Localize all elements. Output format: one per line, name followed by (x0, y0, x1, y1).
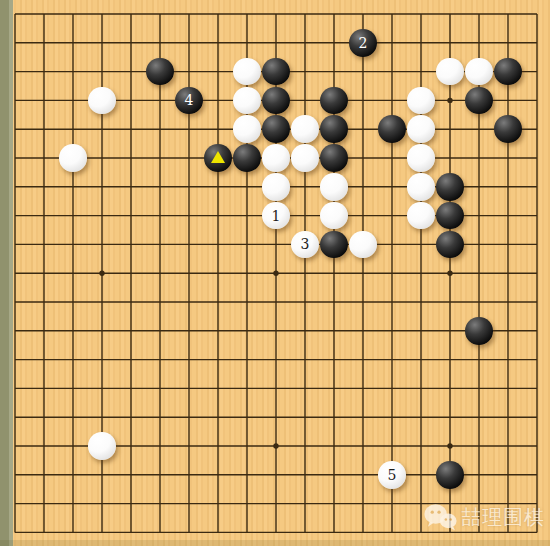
white-stone[interactable] (407, 144, 435, 172)
board-intersection[interactable] (320, 201, 349, 230)
board-intersection[interactable] (465, 316, 494, 345)
board-intersection[interactable] (407, 86, 436, 115)
board-intersection[interactable] (407, 201, 436, 230)
white-stone[interactable] (320, 202, 348, 230)
black-stone[interactable] (320, 115, 348, 143)
board-intersection[interactable] (436, 172, 465, 201)
white-stone[interactable] (262, 144, 290, 172)
board-intersection[interactable] (320, 115, 349, 144)
board-intersection[interactable] (233, 57, 262, 86)
board-intersection[interactable] (320, 86, 349, 115)
white-stone[interactable] (407, 115, 435, 143)
move-number-label: 5 (388, 468, 397, 482)
black-stone[interactable]: 2 (349, 29, 377, 57)
white-stone[interactable] (349, 231, 377, 259)
black-stone[interactable] (262, 115, 290, 143)
black-stone[interactable] (320, 144, 348, 172)
board-intersection[interactable]: 4 (175, 86, 204, 115)
white-stone[interactable]: 3 (291, 231, 319, 259)
black-stone[interactable] (436, 173, 464, 201)
black-stone[interactable] (494, 58, 522, 86)
board-intersection[interactable]: 5 (378, 460, 407, 489)
white-stone[interactable] (407, 173, 435, 201)
white-stone[interactable] (407, 87, 435, 115)
move-number-label: 4 (185, 93, 194, 107)
white-stone[interactable] (262, 173, 290, 201)
white-stone[interactable]: 1 (262, 202, 290, 230)
board-intersection[interactable] (407, 115, 436, 144)
white-stone[interactable] (465, 58, 493, 86)
move-number-label: 2 (359, 36, 368, 50)
board-intersection[interactable] (320, 230, 349, 259)
board-intersection[interactable] (436, 230, 465, 259)
white-stone[interactable] (291, 144, 319, 172)
board-intersection[interactable] (88, 432, 117, 461)
board-intersection[interactable] (436, 57, 465, 86)
black-stone[interactable] (436, 461, 464, 489)
black-stone[interactable] (436, 231, 464, 259)
black-stone[interactable] (465, 317, 493, 345)
white-stone[interactable] (291, 115, 319, 143)
board-intersection[interactable] (320, 144, 349, 173)
board-intersection[interactable] (465, 57, 494, 86)
board-intersection[interactable] (291, 144, 320, 173)
board-intersection[interactable] (262, 86, 291, 115)
board-intersection[interactable] (378, 115, 407, 144)
move-number-label: 1 (272, 209, 281, 223)
white-stone[interactable] (233, 115, 261, 143)
black-stone[interactable]: 4 (175, 87, 203, 115)
black-stone[interactable] (320, 87, 348, 115)
white-stone[interactable] (320, 173, 348, 201)
board-intersection[interactable] (146, 57, 175, 86)
board-intersection[interactable] (436, 460, 465, 489)
black-stone[interactable] (320, 231, 348, 259)
board-intersection[interactable] (320, 172, 349, 201)
black-stone[interactable] (204, 144, 232, 172)
black-stone[interactable] (262, 87, 290, 115)
black-stone[interactable] (262, 58, 290, 86)
black-stone[interactable] (436, 202, 464, 230)
board-intersection[interactable] (349, 230, 378, 259)
board-intersection[interactable] (59, 144, 88, 173)
board-intersection[interactable] (465, 86, 494, 115)
board-intersection[interactable]: 1 (262, 201, 291, 230)
white-stone[interactable] (436, 58, 464, 86)
white-stone[interactable] (59, 144, 87, 172)
board-intersection[interactable] (262, 57, 291, 86)
white-stone[interactable] (233, 87, 261, 115)
white-stone[interactable] (233, 58, 261, 86)
board-intersection[interactable] (494, 115, 523, 144)
board-intersection[interactable]: 3 (291, 230, 320, 259)
white-stone[interactable]: 5 (378, 461, 406, 489)
board-intersection[interactable] (436, 201, 465, 230)
go-diagram-screenshot: 24135 喆理围棋 (0, 0, 550, 546)
board-intersection[interactable] (407, 172, 436, 201)
triangle-marker-icon (211, 151, 225, 163)
board-intersection[interactable] (494, 57, 523, 86)
black-stone[interactable] (378, 115, 406, 143)
go-board[interactable]: 24135 (1, 0, 550, 546)
white-stone[interactable] (88, 87, 116, 115)
board-intersection[interactable] (204, 144, 233, 173)
board-intersection[interactable] (88, 86, 117, 115)
black-stone[interactable] (233, 144, 261, 172)
board-intersection[interactable] (233, 86, 262, 115)
board-intersection[interactable] (291, 115, 320, 144)
white-stone[interactable] (407, 202, 435, 230)
board-intersection[interactable] (262, 115, 291, 144)
board-intersection[interactable] (262, 144, 291, 173)
board-intersection[interactable] (233, 144, 262, 173)
black-stone[interactable] (494, 115, 522, 143)
board-intersection[interactable] (262, 172, 291, 201)
board-intersection[interactable] (407, 144, 436, 173)
white-stone[interactable] (88, 432, 116, 460)
black-stone[interactable] (146, 58, 174, 86)
black-stone[interactable] (465, 87, 493, 115)
move-number-label: 3 (301, 237, 310, 251)
board-intersection[interactable]: 2 (349, 28, 378, 57)
board-intersection[interactable] (233, 115, 262, 144)
